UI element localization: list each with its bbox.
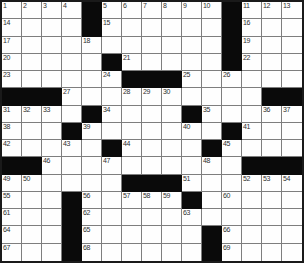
clue-number: 34	[103, 106, 110, 113]
cell-r13c11[interactable]	[202, 209, 222, 226]
cell-r13c15[interactable]	[282, 209, 302, 226]
cell-r7c4[interactable]	[62, 106, 82, 123]
cell-r12c1[interactable]: 55	[2, 192, 22, 209]
cell-r8c6[interactable]	[102, 123, 122, 140]
cell-r4c10[interactable]	[182, 54, 202, 71]
cell-r2c7[interactable]	[122, 19, 142, 36]
cell-r3c7[interactable]	[122, 37, 142, 54]
cell-r2c1[interactable]: 14	[2, 19, 22, 36]
cell-r13c10[interactable]: 63	[182, 209, 202, 226]
cell-r10c8[interactable]	[142, 157, 162, 174]
clue-number: 62	[83, 209, 90, 216]
cell-r8c7[interactable]	[122, 123, 142, 140]
cell-r15c13[interactable]	[242, 244, 262, 261]
cell-r13c14[interactable]	[262, 209, 282, 226]
cell-r5c15[interactable]	[282, 71, 302, 88]
cell-r4c9[interactable]	[162, 54, 182, 71]
clue-number: 14	[3, 19, 10, 26]
cell-r12c11[interactable]	[202, 192, 222, 209]
cell-r1c13[interactable]: 11	[242, 2, 262, 19]
cell-r4c11[interactable]	[202, 54, 222, 71]
cell-r11c15[interactable]: 54	[282, 175, 302, 192]
cell-r2c11[interactable]	[202, 19, 222, 36]
clue-number: 38	[3, 123, 10, 130]
cell-r1c8[interactable]: 7	[142, 2, 162, 19]
clue-number: 11	[243, 2, 250, 9]
clue-number: 50	[23, 175, 30, 182]
cell-r10c4[interactable]	[62, 157, 82, 174]
black-square-r6c1	[2, 88, 22, 105]
cell-r5c1[interactable]: 23	[2, 71, 22, 88]
black-square-r6c14	[262, 88, 282, 105]
black-square-r6c3	[42, 88, 62, 105]
cell-r3c14[interactable]	[262, 37, 282, 54]
clue-number: 57	[123, 192, 130, 199]
cell-r6c9[interactable]: 30	[162, 88, 182, 105]
cell-r1c15[interactable]: 13	[282, 2, 302, 19]
cell-r1c11[interactable]: 10	[202, 2, 222, 19]
cell-r8c5[interactable]: 39	[82, 123, 102, 140]
cell-r8c9[interactable]	[162, 123, 182, 140]
clue-number: 19	[243, 37, 250, 44]
clue-number: 18	[83, 37, 90, 44]
cell-r10c9[interactable]	[162, 157, 182, 174]
cell-r2c14[interactable]	[262, 19, 282, 36]
black-square-r15c11	[202, 244, 222, 261]
cell-r15c2[interactable]	[22, 244, 42, 261]
clue-number: 7	[143, 2, 147, 9]
cell-r11c14[interactable]: 53	[262, 175, 282, 192]
cell-r10c11[interactable]: 48	[202, 157, 222, 174]
black-square-r6c2	[22, 88, 42, 105]
cell-r7c12[interactable]	[222, 106, 242, 123]
clue-number: 64	[3, 226, 10, 233]
cell-r5c5[interactable]	[82, 71, 102, 88]
clue-number: 60	[223, 192, 230, 199]
cell-r6c10[interactable]	[182, 88, 202, 105]
cell-r12c7[interactable]: 57	[122, 192, 142, 209]
cell-r7c15[interactable]: 37	[282, 106, 302, 123]
cell-r3c5[interactable]: 18	[82, 37, 102, 54]
black-square-r10c14	[262, 157, 282, 174]
cell-r8c1[interactable]: 38	[2, 123, 22, 140]
cell-r9c10[interactable]	[182, 140, 202, 157]
cell-r8c15[interactable]	[282, 123, 302, 140]
cell-r14c5[interactable]: 65	[82, 226, 102, 243]
cell-r13c5[interactable]: 62	[82, 209, 102, 226]
cell-r4c4[interactable]	[62, 54, 82, 71]
cell-r5c6[interactable]: 24	[102, 71, 122, 88]
cell-r1c7[interactable]: 6	[122, 2, 142, 19]
cell-r15c10[interactable]	[182, 244, 202, 261]
black-square-r9c6	[102, 140, 122, 157]
clue-number: 66	[223, 226, 230, 233]
clue-number: 52	[243, 175, 250, 182]
cell-r7c14[interactable]: 36	[262, 106, 282, 123]
cell-r2c3[interactable]	[42, 19, 62, 36]
cell-r12c2[interactable]	[22, 192, 42, 209]
cell-r7c7[interactable]	[122, 106, 142, 123]
cell-r5c4[interactable]	[62, 71, 82, 88]
cell-r10c12[interactable]	[222, 157, 242, 174]
crossword-grid: 1234567891011121314151617181920212223242…	[0, 0, 304, 263]
cell-r1c1[interactable]: 1	[2, 2, 22, 19]
black-square-r3c12	[222, 37, 242, 54]
clue-number: 16	[243, 19, 250, 26]
cell-r14c2[interactable]	[22, 226, 42, 243]
cell-r12c14[interactable]	[262, 192, 282, 209]
black-square-r4c6	[102, 54, 122, 71]
cell-r4c2[interactable]	[22, 54, 42, 71]
clue-number: 47	[103, 157, 110, 164]
black-square-r15c4	[62, 244, 82, 261]
clue-number: 4	[63, 2, 67, 9]
cell-r15c9[interactable]	[162, 244, 182, 261]
cell-r15c15[interactable]	[282, 244, 302, 261]
cell-r1c3[interactable]: 3	[42, 2, 62, 19]
cell-r10c10[interactable]	[182, 157, 202, 174]
cell-r15c12[interactable]: 69	[222, 244, 242, 261]
cell-r8c11[interactable]	[202, 123, 222, 140]
clue-number: 2	[23, 2, 27, 9]
cell-r7c2[interactable]: 32	[22, 106, 42, 123]
black-square-r2c12	[222, 19, 242, 36]
cell-r4c3[interactable]	[42, 54, 62, 71]
cell-r6c11[interactable]	[202, 88, 222, 105]
cell-r15c5[interactable]: 68	[82, 244, 102, 261]
clue-number: 15	[103, 19, 110, 26]
clue-number: 69	[223, 244, 230, 251]
black-square-r10c2	[22, 157, 42, 174]
cell-r12c9[interactable]: 59	[162, 192, 182, 209]
cell-r10c7[interactable]	[122, 157, 142, 174]
black-square-r1c5	[82, 2, 102, 19]
clue-number: 63	[183, 209, 190, 216]
black-square-r1c12	[222, 2, 242, 19]
clue-number: 10	[203, 2, 210, 9]
black-square-r8c12	[222, 123, 242, 140]
clue-number: 32	[23, 106, 30, 113]
cell-r5c3[interactable]	[42, 71, 62, 88]
cell-r14c14[interactable]	[262, 226, 282, 243]
cell-r7c6[interactable]: 34	[102, 106, 122, 123]
clue-number: 41	[243, 123, 250, 130]
clue-number: 39	[83, 123, 90, 130]
cell-r8c14[interactable]	[262, 123, 282, 140]
clue-number: 20	[3, 54, 10, 61]
cell-r3c3[interactable]	[42, 37, 62, 54]
clue-number: 17	[3, 37, 10, 44]
cell-r3c2[interactable]	[22, 37, 42, 54]
clue-number: 65	[83, 226, 90, 233]
black-square-r5c8	[142, 71, 162, 88]
cell-r14c13[interactable]	[242, 226, 262, 243]
cell-r12c8[interactable]: 58	[142, 192, 162, 209]
clue-number: 40	[183, 123, 190, 130]
cell-r10c6[interactable]: 47	[102, 157, 122, 174]
cell-r9c13[interactable]	[242, 140, 262, 157]
cell-r12c13[interactable]	[242, 192, 262, 209]
cell-r9c12[interactable]: 45	[222, 140, 242, 157]
cell-r14c12[interactable]: 66	[222, 226, 242, 243]
cell-r3c1[interactable]: 17	[2, 37, 22, 54]
clue-number: 25	[183, 71, 190, 78]
clue-number: 13	[283, 2, 290, 9]
clue-number: 12	[263, 2, 270, 9]
clue-number: 3	[43, 2, 47, 9]
cell-r11c5[interactable]	[82, 175, 102, 192]
cell-r9c9[interactable]	[162, 140, 182, 157]
cell-r6c13[interactable]	[242, 88, 262, 105]
clue-number: 22	[243, 54, 250, 61]
clue-number: 42	[3, 140, 10, 147]
cell-r13c1[interactable]: 61	[2, 209, 22, 226]
black-square-r5c9	[162, 71, 182, 88]
cell-r2c15[interactable]	[282, 19, 302, 36]
clue-number: 43	[63, 140, 70, 147]
cell-r13c9[interactable]	[162, 209, 182, 226]
black-square-r9c11	[202, 140, 222, 157]
cell-r9c7[interactable]: 44	[122, 140, 142, 157]
cell-r4c7[interactable]: 21	[122, 54, 142, 71]
black-square-r14c4	[62, 226, 82, 243]
cell-r11c4[interactable]	[62, 175, 82, 192]
cell-r8c3[interactable]	[42, 123, 62, 140]
black-square-r8c4	[62, 123, 82, 140]
clue-number: 5	[103, 2, 107, 9]
cell-r1c2[interactable]: 2	[22, 2, 42, 19]
cell-r2c13[interactable]: 16	[242, 19, 262, 36]
clue-number: 54	[283, 175, 290, 182]
cell-r15c7[interactable]	[122, 244, 142, 261]
cell-r6c4[interactable]: 27	[62, 88, 82, 105]
clue-number: 33	[43, 106, 50, 113]
cell-r2c8[interactable]	[142, 19, 162, 36]
cell-r3c15[interactable]	[282, 37, 302, 54]
cell-r11c6[interactable]	[102, 175, 122, 192]
cell-r7c8[interactable]	[142, 106, 162, 123]
clue-number: 23	[3, 71, 10, 78]
cell-r7c1[interactable]: 31	[2, 106, 22, 123]
cell-r11c3[interactable]	[42, 175, 62, 192]
black-square-r13c4	[62, 209, 82, 226]
cell-r9c3[interactable]	[42, 140, 62, 157]
black-square-r6c15	[282, 88, 302, 105]
clue-number: 35	[203, 106, 210, 113]
cell-r13c2[interactable]	[22, 209, 42, 226]
clue-number: 29	[143, 88, 150, 95]
cell-r15c8[interactable]	[142, 244, 162, 261]
black-square-r10c15	[282, 157, 302, 174]
cell-r15c3[interactable]	[42, 244, 62, 261]
cell-r4c1[interactable]: 20	[2, 54, 22, 71]
clue-number: 49	[3, 175, 10, 182]
clue-number: 45	[223, 140, 230, 147]
clue-number: 1	[3, 2, 7, 9]
cell-r11c1[interactable]: 49	[2, 175, 22, 192]
black-square-r11c8	[142, 175, 162, 192]
cell-r14c3[interactable]	[42, 226, 62, 243]
cell-r13c6[interactable]	[102, 209, 122, 226]
black-square-r7c5	[82, 106, 102, 123]
cell-r9c4[interactable]: 43	[62, 140, 82, 157]
cell-r10c5[interactable]	[82, 157, 102, 174]
clue-number: 59	[163, 192, 170, 199]
cell-r8c10[interactable]: 40	[182, 123, 202, 140]
black-square-r12c4	[62, 192, 82, 209]
cell-r3c10[interactable]	[182, 37, 202, 54]
cell-r11c13[interactable]: 52	[242, 175, 262, 192]
cell-r4c8[interactable]	[142, 54, 162, 71]
cell-r5c13[interactable]	[242, 71, 262, 88]
cell-r11c11[interactable]	[202, 175, 222, 192]
clue-number: 27	[63, 88, 70, 95]
cell-r14c7[interactable]	[122, 226, 142, 243]
clue-number: 56	[83, 192, 90, 199]
cell-r3c8[interactable]	[142, 37, 162, 54]
cell-r12c12[interactable]: 60	[222, 192, 242, 209]
cell-r13c3[interactable]	[42, 209, 62, 226]
clue-number: 61	[3, 209, 10, 216]
cell-r8c13[interactable]: 41	[242, 123, 262, 140]
cell-r14c9[interactable]	[162, 226, 182, 243]
clue-number: 68	[83, 244, 90, 251]
black-square-r10c13	[242, 157, 262, 174]
cell-r6c5[interactable]	[82, 88, 102, 105]
cell-r12c3[interactable]	[42, 192, 62, 209]
cell-r9c2[interactable]	[22, 140, 42, 157]
cell-r3c6[interactable]	[102, 37, 122, 54]
clue-number: 6	[123, 2, 127, 9]
cell-r6c7[interactable]: 28	[122, 88, 142, 105]
clue-number: 8	[163, 2, 167, 9]
cell-r15c6[interactable]	[102, 244, 122, 261]
cell-r13c13[interactable]	[242, 209, 262, 226]
cell-r3c11[interactable]	[202, 37, 222, 54]
cell-r11c10[interactable]: 51	[182, 175, 202, 192]
black-square-r11c7	[122, 175, 142, 192]
clue-number: 36	[263, 106, 270, 113]
cell-r6c12[interactable]	[222, 88, 242, 105]
cell-r14c15[interactable]	[282, 226, 302, 243]
cell-r11c12[interactable]	[222, 175, 242, 192]
cell-r7c3[interactable]: 33	[42, 106, 62, 123]
black-square-r12c10	[182, 192, 202, 209]
clue-number: 31	[3, 106, 10, 113]
cell-r2c4[interactable]	[62, 19, 82, 36]
cell-r1c4[interactable]: 4	[62, 2, 82, 19]
cell-r1c14[interactable]: 12	[262, 2, 282, 19]
cell-r14c10[interactable]	[182, 226, 202, 243]
cell-r9c15[interactable]	[282, 140, 302, 157]
cell-r13c12[interactable]	[222, 209, 242, 226]
cell-r5c10[interactable]: 25	[182, 71, 202, 88]
cell-r2c6[interactable]: 15	[102, 19, 122, 36]
cell-r2c2[interactable]	[22, 19, 42, 36]
cell-r4c5[interactable]	[82, 54, 102, 71]
black-square-r11c9	[162, 175, 182, 192]
cell-r12c5[interactable]: 56	[82, 192, 102, 209]
cell-r13c8[interactable]	[142, 209, 162, 226]
cell-r3c13[interactable]: 19	[242, 37, 262, 54]
cell-r1c6[interactable]: 5	[102, 2, 122, 19]
black-square-r7c10	[182, 106, 202, 123]
cell-r2c10[interactable]	[182, 19, 202, 36]
cell-r12c6[interactable]	[102, 192, 122, 209]
cell-r11c2[interactable]: 50	[22, 175, 42, 192]
cell-r6c8[interactable]: 29	[142, 88, 162, 105]
black-square-r2c5	[82, 19, 102, 36]
cell-r14c6[interactable]	[102, 226, 122, 243]
cell-r12c15[interactable]	[282, 192, 302, 209]
cell-r9c8[interactable]	[142, 140, 162, 157]
cell-r14c1[interactable]: 64	[2, 226, 22, 243]
cell-r13c7[interactable]	[122, 209, 142, 226]
clue-number: 30	[163, 88, 170, 95]
cell-r1c9[interactable]: 8	[162, 2, 182, 19]
cell-r6c6[interactable]	[102, 88, 122, 105]
clue-number: 28	[123, 88, 130, 95]
crossword-page: 1234567891011121314151617181920212223242…	[0, 0, 305, 269]
clue-number: 26	[223, 71, 230, 78]
clue-number: 53	[263, 175, 270, 182]
cell-r9c1[interactable]: 42	[2, 140, 22, 157]
cell-r7c9[interactable]	[162, 106, 182, 123]
clue-number: 48	[203, 157, 210, 164]
cell-r1c10[interactable]: 9	[182, 2, 202, 19]
black-square-r10c1	[2, 157, 22, 174]
black-square-r14c11	[202, 226, 222, 243]
cell-r8c2[interactable]	[22, 123, 42, 140]
cell-r4c14[interactable]	[262, 54, 282, 71]
clue-number: 55	[3, 192, 10, 199]
cell-r4c13[interactable]: 22	[242, 54, 262, 71]
cell-r5c11[interactable]	[202, 71, 222, 88]
cell-r3c4[interactable]	[62, 37, 82, 54]
clue-number: 24	[103, 71, 110, 78]
clue-number: 58	[143, 192, 150, 199]
cell-r8c8[interactable]	[142, 123, 162, 140]
clue-number: 67	[3, 244, 10, 251]
black-square-r5c7	[122, 71, 142, 88]
cell-r4c15[interactable]	[282, 54, 302, 71]
cell-r2c9[interactable]	[162, 19, 182, 36]
cell-r7c11[interactable]: 35	[202, 106, 222, 123]
cell-r9c5[interactable]	[82, 140, 102, 157]
clue-number: 37	[283, 106, 290, 113]
clue-number: 44	[123, 140, 130, 147]
cell-r5c14[interactable]	[262, 71, 282, 88]
cell-r15c1[interactable]: 67	[2, 244, 22, 261]
clue-number: 46	[43, 157, 50, 164]
cell-r9c14[interactable]	[262, 140, 282, 157]
black-square-r4c12	[222, 54, 242, 71]
cell-r5c12[interactable]: 26	[222, 71, 242, 88]
clue-number: 21	[123, 54, 130, 61]
cell-r3c9[interactable]	[162, 37, 182, 54]
cell-r14c8[interactable]	[142, 226, 162, 243]
cell-r5c2[interactable]	[22, 71, 42, 88]
cell-r10c3[interactable]: 46	[42, 157, 62, 174]
clue-number: 51	[183, 175, 190, 182]
cell-r15c14[interactable]	[262, 244, 282, 261]
clue-number: 9	[183, 2, 187, 9]
cell-r7c13[interactable]	[242, 106, 262, 123]
